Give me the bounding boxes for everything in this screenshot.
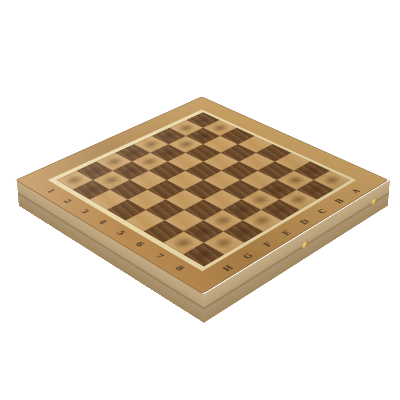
light-rook-h8: ♜ bbox=[186, 218, 223, 257]
chess-board: ♜♞♝♚♛♝♞♜♟♟♟♟♟♟♟♟♟♟♟♟♟♟♟♟♜♞♝♚♛♝♞♜ 1234567… bbox=[15, 97, 388, 295]
brass-clasp-1 bbox=[302, 240, 308, 249]
product-photo: ♜♞♝♚♛♝♞♜♟♟♟♟♟♟♟♟♟♟♟♟♟♟♟♟♜♞♝♚♛♝♞♜ 1234567… bbox=[0, 0, 400, 400]
brass-clasp-2 bbox=[371, 198, 376, 206]
square-h8: ♜ bbox=[183, 243, 224, 267]
dark-pawn-h2: ♟ bbox=[79, 163, 106, 192]
square-d4 bbox=[185, 162, 221, 180]
square-e3 bbox=[149, 162, 185, 180]
perspective-scene: ♜♞♝♚♛♝♞♜♟♟♟♟♟♟♟♟♟♟♟♟♟♟♟♟♜♞♝♚♛♝♞♜ 1234567… bbox=[0, 0, 400, 400]
